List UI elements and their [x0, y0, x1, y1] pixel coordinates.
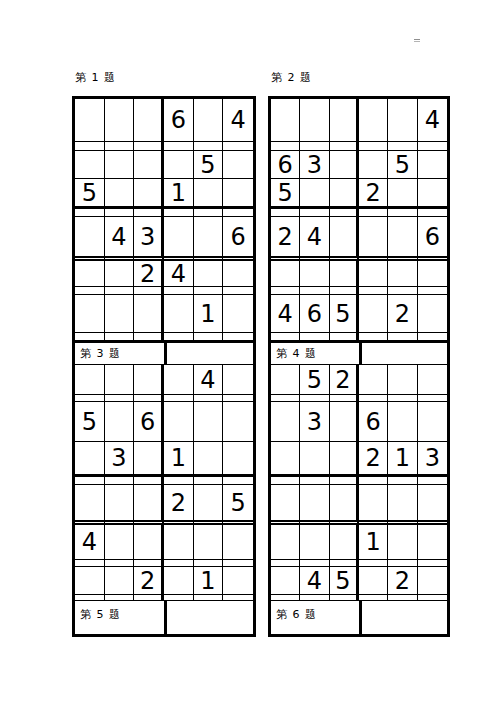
p2-spacer-band	[359, 287, 388, 295]
p2-cell-r6c4	[359, 295, 388, 333]
p1-spacer-band	[105, 142, 135, 151]
p1-cell-r6c4	[164, 295, 194, 333]
p3-spacer-band	[223, 595, 253, 600]
p1-cell-r5c1	[75, 261, 105, 287]
p4-cell-r3c4: 2	[359, 442, 388, 477]
puzzle-6-title: 第 6 题	[271, 601, 362, 634]
p2-spacer-band	[271, 287, 300, 295]
p4-cell-r4c6	[418, 485, 447, 525]
puzzle-6-title-spacer	[362, 601, 447, 634]
p1-spacer-band	[75, 287, 105, 295]
p2-cell-r6c6	[418, 295, 447, 333]
p3-spacer-band	[75, 595, 105, 600]
p1-cell-r4c3: 3	[134, 217, 164, 261]
p2-cell-r3c1: 5	[271, 179, 300, 209]
p4-spacer-band	[359, 395, 388, 402]
p4-cell-r6c2: 4	[300, 567, 329, 595]
p4-cell-r1c3: 2	[330, 365, 359, 395]
p2-spacer-band	[359, 209, 388, 217]
p3-cell-r6c6	[223, 567, 253, 595]
p1-cell-r3c2	[105, 179, 135, 209]
p2-cell-r1c2	[300, 99, 329, 142]
p2-spacer-band	[271, 142, 300, 151]
p4-spacer-band	[300, 595, 329, 600]
p2-spacer-band	[388, 333, 417, 340]
sudoku-board-2: 4635522464652	[268, 96, 450, 343]
p3-spacer-band	[105, 560, 135, 567]
p1-cell-r1c2	[105, 99, 135, 142]
p2-spacer-band	[388, 287, 417, 295]
p3-cell-r6c4	[164, 567, 194, 595]
p3-spacer-band	[194, 477, 224, 485]
p4-cell-r3c5: 1	[388, 442, 417, 477]
p3-cell-r3c4: 1	[164, 442, 194, 477]
p1-cell-r3c6	[223, 179, 253, 209]
p3-spacer-band	[223, 477, 253, 485]
p2-spacer-band	[330, 209, 359, 217]
p2-cell-r5c1	[271, 261, 300, 287]
p4-cell-r4c3	[330, 485, 359, 525]
puzzle-5-title-spacer	[167, 601, 253, 634]
p2-spacer-band	[271, 333, 300, 340]
p4-spacer-band	[271, 477, 300, 485]
p4-cell-r3c6: 3	[418, 442, 447, 477]
p1-cell-r4c4	[164, 217, 194, 261]
p3-cell-r3c6	[223, 442, 253, 477]
p1-cell-r4c1	[75, 217, 105, 261]
p3-spacer-band	[194, 395, 224, 402]
p3-spacer-band	[105, 477, 135, 485]
p4-cell-r5c2	[300, 525, 329, 560]
p2-cell-r5c3	[330, 261, 359, 287]
puzzle-3-title-spacer	[167, 343, 253, 364]
p4-cell-r2c6	[418, 402, 447, 442]
p2-spacer-band	[388, 142, 417, 151]
p4-cell-r6c4	[359, 567, 388, 595]
p2-cell-r5c5	[388, 261, 417, 287]
p4-cell-r6c3: 5	[330, 567, 359, 595]
p1-spacer-band	[223, 333, 253, 340]
p3-spacer-band	[223, 395, 253, 402]
p2-spacer-band	[359, 333, 388, 340]
p3-cell-r6c5: 1	[194, 567, 224, 595]
p3-cell-r5c1: 4	[75, 525, 105, 560]
p4-spacer-band	[418, 395, 447, 402]
p1-cell-r3c3	[134, 179, 164, 209]
p4-cell-r2c4: 6	[359, 402, 388, 442]
p1-cell-r2c6	[223, 151, 253, 179]
p3-cell-r5c2	[105, 525, 135, 560]
p4-cell-r4c4	[359, 485, 388, 525]
p3-spacer-band	[223, 560, 253, 567]
p2-spacer-band	[300, 287, 329, 295]
p1-cell-r3c5	[194, 179, 224, 209]
p3-cell-r6c3: 2	[134, 567, 164, 595]
p2-cell-r1c5	[388, 99, 417, 142]
p4-cell-r1c1	[271, 365, 300, 395]
p1-spacer-band	[194, 287, 224, 295]
p1-cell-r5c3: 2	[134, 261, 164, 287]
p1-cell-r6c6	[223, 295, 253, 333]
p1-cell-r6c2	[105, 295, 135, 333]
p3-spacer-band	[75, 560, 105, 567]
p4-cell-r1c4	[359, 365, 388, 395]
p1-spacer-band	[164, 333, 194, 340]
p1-spacer-band	[105, 209, 135, 217]
p2-spacer-band	[418, 209, 447, 217]
p2-spacer-band	[418, 142, 447, 151]
p2-cell-r2c5: 5	[388, 151, 417, 179]
p3-cell-r3c1	[75, 442, 105, 477]
p4-cell-r1c5	[388, 365, 417, 395]
p2-cell-r4c6: 6	[418, 217, 447, 261]
p2-cell-r5c6	[418, 261, 447, 287]
p1-cell-r2c3	[134, 151, 164, 179]
p3-spacer-band	[134, 560, 164, 567]
p1-spacer-band	[75, 142, 105, 151]
p2-cell-r6c5: 2	[388, 295, 417, 333]
p2-cell-r5c2	[300, 261, 329, 287]
p2-cell-r4c3	[330, 217, 359, 261]
p4-spacer-band	[300, 560, 329, 567]
p4-cell-r6c1	[271, 567, 300, 595]
p2-cell-r3c2	[300, 179, 329, 209]
p4-spacer-band	[330, 395, 359, 402]
p4-cell-r5c4: 1	[359, 525, 388, 560]
p2-cell-r1c6: 4	[418, 99, 447, 142]
p4-cell-r3c2	[300, 442, 329, 477]
p1-spacer-band	[164, 142, 194, 151]
p2-cell-r2c4	[359, 151, 388, 179]
puzzle-2-title: 第 2 题	[271, 70, 312, 85]
p3-cell-r2c3: 6	[134, 402, 164, 442]
p4-spacer-band	[359, 477, 388, 485]
p4-cell-r1c2: 5	[300, 365, 329, 395]
p4-spacer-band	[271, 560, 300, 567]
p2-spacer-band	[300, 209, 329, 217]
p3-cell-r1c1	[75, 365, 105, 395]
p1-cell-r4c6: 6	[223, 217, 253, 261]
p3-spacer-band	[75, 395, 105, 402]
p1-cell-r1c3	[134, 99, 164, 142]
p4-spacer-band	[418, 595, 447, 600]
p4-spacer-band	[388, 477, 417, 485]
p1-cell-r6c3	[134, 295, 164, 333]
p2-cell-r4c2: 4	[300, 217, 329, 261]
p1-cell-r2c4	[164, 151, 194, 179]
p3-cell-r5c6	[223, 525, 253, 560]
p2-spacer-band	[330, 142, 359, 151]
p4-spacer-band	[418, 560, 447, 567]
p2-cell-r2c6	[418, 151, 447, 179]
p1-spacer-band	[75, 333, 105, 340]
p3-cell-r1c6	[223, 365, 253, 395]
p2-cell-r4c4	[359, 217, 388, 261]
p2-spacer-band	[300, 333, 329, 340]
puzzle-5-title: 第 5 题	[75, 601, 167, 634]
p4-spacer-band	[388, 395, 417, 402]
p2-spacer-band	[418, 287, 447, 295]
p3-spacer-band	[164, 477, 194, 485]
p4-cell-r4c5	[388, 485, 417, 525]
puzzle-4-title-spacer	[362, 343, 447, 364]
p1-cell-r1c1	[75, 99, 105, 142]
p1-cell-r3c1: 5	[75, 179, 105, 209]
p4-spacer-band	[388, 560, 417, 567]
p1-spacer-band	[134, 209, 164, 217]
p3-cell-r4c2	[105, 485, 135, 525]
p1-cell-r1c4: 6	[164, 99, 194, 142]
p3-cell-r4c6: 5	[223, 485, 253, 525]
p3-cell-r5c4	[164, 525, 194, 560]
p1-spacer-band	[164, 287, 194, 295]
p2-spacer-band	[330, 287, 359, 295]
p3-cell-r4c1	[75, 485, 105, 525]
stray-mark	[414, 39, 420, 40]
p4-cell-r4c1	[271, 485, 300, 525]
p2-spacer-band	[271, 209, 300, 217]
p3-cell-r2c5	[194, 402, 224, 442]
p2-cell-r3c5	[388, 179, 417, 209]
p1-spacer-band	[194, 333, 224, 340]
p4-spacer-band	[300, 477, 329, 485]
p1-spacer-band	[105, 287, 135, 295]
p2-spacer-band	[300, 142, 329, 151]
p4-cell-r3c3	[330, 442, 359, 477]
p4-cell-r2c2: 3	[300, 402, 329, 442]
puzzle-3-title: 第 3 题	[75, 343, 167, 364]
p3-cell-r6c2	[105, 567, 135, 595]
p2-cell-r3c3	[330, 179, 359, 209]
p3-spacer-band	[134, 477, 164, 485]
p2-cell-r2c1: 6	[271, 151, 300, 179]
p1-cell-r5c2	[105, 261, 135, 287]
p4-cell-r3c1	[271, 442, 300, 477]
p3-cell-r2c4	[164, 402, 194, 442]
p3-cell-r2c1: 5	[75, 402, 105, 442]
p2-cell-r4c5	[388, 217, 417, 261]
p2-cell-r2c3	[330, 151, 359, 179]
p4-cell-r2c5	[388, 402, 417, 442]
p2-cell-r6c3: 5	[330, 295, 359, 333]
p3-spacer-band	[105, 595, 135, 600]
p1-cell-r1c6: 4	[223, 99, 253, 142]
p1-cell-r3c4: 1	[164, 179, 194, 209]
p3-cell-r3c5	[194, 442, 224, 477]
p4-spacer-band	[330, 595, 359, 600]
p2-cell-r4c1: 2	[271, 217, 300, 261]
sudoku-worksheet-page: 第 1 题 第 2 题 64551436241 4635522464652 第 …	[0, 0, 496, 702]
p1-cell-r6c1	[75, 295, 105, 333]
p3-spacer-band	[75, 477, 105, 485]
p3-cell-r3c2: 3	[105, 442, 135, 477]
p3-spacer-band	[164, 395, 194, 402]
p4-spacer-band	[300, 395, 329, 402]
p3-cell-r2c6	[223, 402, 253, 442]
p1-spacer-band	[134, 142, 164, 151]
p2-cell-r6c1: 4	[271, 295, 300, 333]
p4-cell-r5c3	[330, 525, 359, 560]
p3-cell-r2c2	[105, 402, 135, 442]
p3-spacer-band	[134, 395, 164, 402]
p1-cell-r1c5	[194, 99, 224, 142]
p3-spacer-band	[194, 595, 224, 600]
p3-cell-r4c4: 2	[164, 485, 194, 525]
p2-spacer-band	[388, 209, 417, 217]
p1-cell-r5c6	[223, 261, 253, 287]
p3-cell-r5c5	[194, 525, 224, 560]
p1-cell-r5c5	[194, 261, 224, 287]
p3-cell-r4c3	[134, 485, 164, 525]
p3-cell-r5c3	[134, 525, 164, 560]
p2-cell-r1c1	[271, 99, 300, 142]
p2-spacer-band	[359, 142, 388, 151]
puzzle-4-title: 第 4 题	[271, 343, 362, 364]
puzzle-1-title: 第 1 题	[75, 70, 116, 85]
p2-cell-r3c6	[418, 179, 447, 209]
p3-cell-r1c4	[164, 365, 194, 395]
puzzle-6-title-row: 第 6 题	[268, 601, 450, 637]
p3-spacer-band	[194, 560, 224, 567]
p4-spacer-band	[271, 595, 300, 600]
p3-spacer-band	[105, 395, 135, 402]
p3-spacer-band	[134, 595, 164, 600]
p2-cell-r2c2: 3	[300, 151, 329, 179]
p2-cell-r6c2: 6	[300, 295, 329, 333]
puzzle-5-title-row: 第 5 题	[72, 601, 256, 637]
p4-cell-r2c1	[271, 402, 300, 442]
p2-cell-r5c4	[359, 261, 388, 287]
p4-spacer-band	[330, 560, 359, 567]
p1-spacer-band	[194, 142, 224, 151]
p1-spacer-band	[223, 287, 253, 295]
p3-spacer-band	[164, 595, 194, 600]
p1-spacer-band	[164, 209, 194, 217]
p4-cell-r5c6	[418, 525, 447, 560]
p1-spacer-band	[223, 142, 253, 151]
p1-spacer-band	[223, 209, 253, 217]
p3-cell-r3c3	[134, 442, 164, 477]
p4-spacer-band	[330, 477, 359, 485]
p4-spacer-band	[388, 595, 417, 600]
p2-cell-r3c4: 2	[359, 179, 388, 209]
p2-cell-r1c4	[359, 99, 388, 142]
p1-spacer-band	[194, 209, 224, 217]
p1-cell-r2c1	[75, 151, 105, 179]
p2-spacer-band	[330, 333, 359, 340]
p4-spacer-band	[271, 395, 300, 402]
sudoku-board-3: 4563125421	[72, 365, 256, 601]
p1-cell-r6c5: 1	[194, 295, 224, 333]
p1-cell-r4c2: 4	[105, 217, 135, 261]
puzzle-4-title-row: 第 4 题	[268, 343, 450, 365]
p4-cell-r1c6	[418, 365, 447, 395]
puzzle-3-title-row: 第 3 题	[72, 343, 256, 365]
sudoku-board-4: 52362131452	[268, 365, 450, 601]
p3-cell-r1c3	[134, 365, 164, 395]
p3-cell-r4c5	[194, 485, 224, 525]
p4-spacer-band	[359, 560, 388, 567]
p2-spacer-band	[418, 333, 447, 340]
p3-cell-r1c2	[105, 365, 135, 395]
p4-cell-r5c5	[388, 525, 417, 560]
p1-cell-r2c2	[105, 151, 135, 179]
p1-cell-r2c5: 5	[194, 151, 224, 179]
p1-cell-r5c4: 4	[164, 261, 194, 287]
p1-spacer-band	[75, 209, 105, 217]
p4-cell-r6c5: 2	[388, 567, 417, 595]
p3-cell-r6c1	[75, 567, 105, 595]
p4-spacer-band	[418, 477, 447, 485]
p1-spacer-band	[134, 333, 164, 340]
sudoku-board-1: 64551436241	[72, 96, 256, 343]
p4-cell-r6c6	[418, 567, 447, 595]
p1-spacer-band	[105, 333, 135, 340]
p1-spacer-band	[134, 287, 164, 295]
p1-cell-r4c5	[194, 217, 224, 261]
p4-spacer-band	[359, 595, 388, 600]
p2-cell-r1c3	[330, 99, 359, 142]
p4-cell-r5c1	[271, 525, 300, 560]
p3-spacer-band	[164, 560, 194, 567]
p4-cell-r2c3	[330, 402, 359, 442]
p4-cell-r4c2	[300, 485, 329, 525]
p3-cell-r1c5: 4	[194, 365, 224, 395]
